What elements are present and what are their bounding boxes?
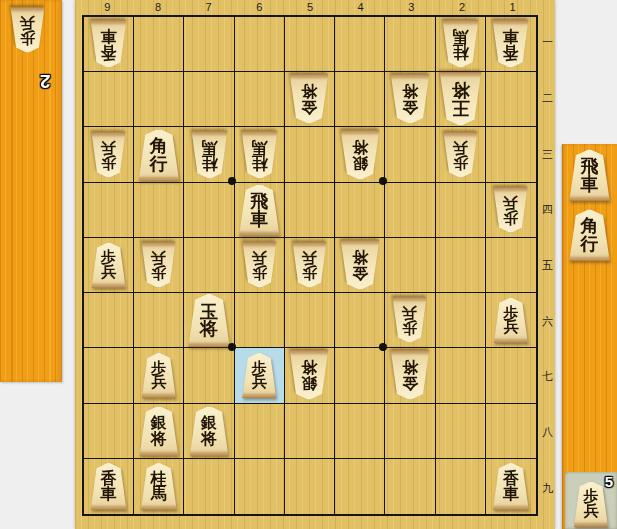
square-6-5[interactable]: 歩兵 (235, 238, 285, 293)
square-9-6[interactable] (84, 293, 134, 348)
piece-kanji: 銀 (301, 375, 317, 391)
rank-label-5: 五 (540, 238, 555, 294)
square-4-6[interactable] (335, 293, 385, 348)
piece-face: 歩兵 (90, 242, 127, 288)
square-5-4[interactable] (285, 183, 335, 238)
file-label-4: 4 (335, 0, 386, 15)
gote-pawn-count: 2 (40, 70, 51, 92)
piece-kanji: 馬 (201, 139, 217, 155)
piece-kanji: 将 (200, 320, 218, 338)
piece-face: 銀将 (188, 406, 230, 456)
board-grid: 香車桂馬香車金将金将王将歩兵角行桂馬桂馬銀将歩兵飛車歩兵歩兵歩兵歩兵歩兵金将玉将… (82, 15, 538, 516)
shogi-piece-sente-lance[interactable]: 香車 (491, 462, 530, 510)
shogi-app: 歩兵 2 987654321 一二三四五六七八九 香車桂馬香車金将金将王将歩兵角… (0, 0, 617, 529)
piece-face: 桂馬 (139, 462, 178, 510)
shogi-piece-gote-gold[interactable]: 金将 (288, 74, 330, 124)
square-6-7[interactable]: 歩兵 (235, 348, 285, 403)
piece-kanji: 馬 (151, 486, 167, 502)
piece-face: 歩兵 (442, 132, 479, 178)
square-3-5[interactable] (385, 238, 435, 293)
shogi-piece-gote-knight[interactable]: 桂馬 (240, 131, 279, 179)
square-7-8[interactable]: 銀将 (184, 404, 234, 459)
square-8-8[interactable]: 銀将 (134, 404, 184, 459)
piece-kanji: 兵 (252, 375, 267, 390)
piece-kanji: 車 (503, 486, 519, 502)
sente-hand-tray: 飛車角行 歩兵 5 (562, 144, 617, 529)
piece-kanji: 兵 (503, 320, 518, 335)
shogi-piece-sente-rook[interactable]: 飛車 (568, 149, 612, 201)
square-6-1[interactable] (235, 17, 285, 72)
piece-face: 桂馬 (190, 131, 229, 179)
square-7-1[interactable] (184, 17, 234, 72)
piece-kanji: 桂 (452, 44, 468, 60)
square-9-4[interactable] (84, 183, 134, 238)
square-1-9[interactable]: 香車 (486, 459, 536, 514)
shogi-piece-gote-gold[interactable]: 金将 (339, 240, 381, 290)
file-label-3: 3 (386, 0, 437, 15)
piece-face: 王将 (438, 72, 483, 126)
piece-kanji: 歩 (252, 265, 267, 280)
piece-kanji: 将 (352, 139, 368, 155)
shogi-piece-gote-king[interactable]: 王将 (438, 72, 483, 126)
shogi-piece-gote-lance[interactable]: 香車 (89, 20, 128, 68)
piece-kanji: 兵 (151, 375, 166, 390)
square-2-4[interactable] (436, 183, 486, 238)
piece-kanji: 兵 (252, 250, 267, 265)
piece-kanji: 将 (301, 360, 317, 376)
square-5-6[interactable] (285, 293, 335, 348)
piece-kanji: 馬 (452, 28, 468, 44)
shogi-piece-sente-silver[interactable]: 銀将 (188, 406, 230, 456)
piece-face: 歩兵 (492, 297, 529, 343)
file-label-9: 9 (82, 0, 133, 15)
piece-kanji: 将 (301, 84, 317, 100)
piece-face: 香車 (491, 462, 530, 510)
piece-kanji: 金 (402, 375, 418, 391)
gote-hand-pieces: 歩兵 (0, 0, 71, 53)
square-8-3[interactable]: 角行 (134, 127, 184, 182)
piece-face: 銀将 (339, 130, 381, 180)
square-8-1[interactable] (134, 17, 184, 72)
piece-kanji: 歩 (402, 320, 417, 335)
piece-kanji: 兵 (302, 250, 317, 265)
shogi-piece-sente-bishop[interactable]: 角行 (137, 129, 181, 181)
square-3-7[interactable]: 金将 (385, 348, 435, 403)
piece-face: 角行 (137, 129, 181, 181)
piece-face: 歩兵 (90, 132, 127, 178)
shogi-piece-gote-gold[interactable]: 金将 (389, 350, 431, 400)
square-6-2[interactable] (235, 72, 285, 127)
piece-kanji: 兵 (101, 140, 116, 155)
shogi-piece-sente-silver[interactable]: 銀将 (138, 406, 180, 456)
square-3-4[interactable] (385, 183, 435, 238)
piece-kanji: 香 (101, 44, 117, 60)
piece-face: 香車 (89, 20, 128, 68)
shogi-piece-gote-pawn[interactable]: 歩兵 (90, 132, 127, 178)
square-8-6[interactable] (134, 293, 184, 348)
piece-face: 角行 (568, 209, 612, 261)
piece-face: 桂馬 (240, 131, 279, 179)
piece-face: 歩兵 (9, 7, 46, 53)
square-1-8[interactable] (486, 404, 536, 459)
shogi-piece-gote-pawn[interactable]: 歩兵 (291, 242, 328, 288)
sente-pawn-panel: 歩兵 5 (565, 472, 617, 529)
piece-kanji: 将 (402, 84, 418, 100)
square-2-7[interactable] (436, 348, 486, 403)
piece-kanji: 行 (581, 235, 599, 253)
shogi-piece-gote-silver[interactable]: 銀将 (288, 350, 330, 400)
piece-kanji: 兵 (151, 250, 166, 265)
square-9-1[interactable]: 香車 (84, 17, 134, 72)
piece-kanji: 兵 (402, 306, 417, 321)
piece-face: 金将 (339, 240, 381, 290)
file-label-7: 7 (183, 0, 234, 15)
shogi-piece-gote-gold[interactable]: 金将 (389, 74, 431, 124)
piece-kanji: 歩 (302, 265, 317, 280)
shogi-piece-gote-lance[interactable]: 香車 (491, 20, 530, 68)
square-2-3[interactable]: 歩兵 (436, 127, 486, 182)
shogi-piece-sente-pawn[interactable]: 歩兵 (90, 242, 127, 288)
square-4-7[interactable] (335, 348, 385, 403)
piece-face: 歩兵 (140, 242, 177, 288)
file-label-5: 5 (285, 0, 336, 15)
shogi-piece-sente-pawn[interactable]: 歩兵 (140, 352, 177, 398)
square-9-2[interactable] (84, 72, 134, 127)
sente-hand-pieces: 飛車角行 (562, 144, 617, 261)
square-2-1[interactable]: 桂馬 (436, 17, 486, 72)
file-label-6: 6 (234, 0, 285, 15)
hoshi-dot (379, 343, 387, 351)
piece-face: 金将 (389, 350, 431, 400)
piece-face: 玉将 (187, 293, 232, 347)
square-2-9[interactable] (436, 459, 486, 514)
square-9-5[interactable]: 歩兵 (84, 238, 134, 293)
file-labels: 987654321 (82, 0, 538, 15)
square-3-1[interactable] (385, 17, 435, 72)
piece-kanji: 車 (250, 210, 268, 228)
square-7-4[interactable] (184, 183, 234, 238)
shogi-piece-gote-knight[interactable]: 桂馬 (441, 20, 480, 68)
shogi-piece-gote-knight[interactable]: 桂馬 (190, 131, 229, 179)
square-9-7[interactable] (84, 348, 134, 403)
shogi-piece-gote-pawn[interactable]: 歩兵 (391, 297, 428, 343)
piece-face: 歩兵 (241, 352, 278, 398)
square-4-4[interactable] (335, 183, 385, 238)
piece-face: 歩兵 (492, 187, 529, 233)
hoshi-dot (228, 177, 236, 185)
square-3-9[interactable] (385, 459, 435, 514)
piece-kanji: 兵 (503, 195, 518, 210)
square-7-2[interactable] (184, 72, 234, 127)
square-7-5[interactable] (184, 238, 234, 293)
rank-labels: 一二三四五六七八九 (540, 15, 555, 516)
square-3-8[interactable] (385, 404, 435, 459)
rank-label-1: 一 (540, 15, 555, 71)
square-4-3[interactable]: 銀将 (335, 127, 385, 182)
square-1-3[interactable] (486, 127, 536, 182)
square-9-9[interactable]: 香車 (84, 459, 134, 514)
square-5-5[interactable]: 歩兵 (285, 238, 335, 293)
shogi-piece-gote-pawn[interactable]: 歩兵 (140, 242, 177, 288)
piece-kanji: 兵 (584, 504, 599, 519)
shogi-piece-sente-pawn[interactable]: 歩兵 (492, 297, 529, 343)
piece-kanji: 車 (503, 28, 519, 44)
square-9-8[interactable] (84, 404, 134, 459)
square-7-3[interactable]: 桂馬 (184, 127, 234, 182)
rank-label-7: 七 (540, 349, 555, 405)
piece-kanji: 将 (451, 82, 469, 100)
rank-label-6: 六 (540, 293, 555, 349)
rank-label-4: 四 (540, 182, 555, 238)
square-7-6[interactable]: 玉将 (184, 293, 234, 348)
gote-hand-tray: 歩兵 2 (0, 0, 62, 382)
piece-kanji: 将 (352, 249, 368, 265)
piece-kanji: 馬 (251, 139, 267, 155)
piece-kanji: 車 (101, 28, 117, 44)
square-8-2[interactable] (134, 72, 184, 127)
square-4-1[interactable] (335, 17, 385, 72)
shogi-piece-sente-rook[interactable]: 飛車 (237, 184, 281, 236)
piece-kanji: 王 (451, 99, 469, 117)
square-6-3[interactable]: 桂馬 (235, 127, 285, 182)
piece-face: 飛車 (568, 149, 612, 201)
file-label-1: 1 (487, 0, 538, 15)
square-8-9[interactable]: 桂馬 (134, 459, 184, 514)
file-label-2: 2 (437, 0, 488, 15)
piece-face: 歩兵 (241, 242, 278, 288)
piece-kanji: 兵 (453, 140, 468, 155)
piece-kanji: 将 (151, 431, 167, 447)
square-4-9[interactable] (335, 459, 385, 514)
piece-face: 歩兵 (140, 352, 177, 398)
piece-kanji: 金 (402, 99, 418, 115)
shogi-piece-sente-pawn[interactable]: 歩兵 (241, 352, 278, 398)
square-5-3[interactable] (285, 127, 335, 182)
rank-label-9: 九 (540, 460, 555, 516)
piece-kanji: 兵 (20, 15, 35, 30)
square-1-2[interactable] (486, 72, 536, 127)
piece-kanji: 金 (301, 99, 317, 115)
square-7-7[interactable] (184, 348, 234, 403)
hoshi-dot (228, 343, 236, 351)
shogi-piece-sente-king[interactable]: 玉将 (187, 293, 232, 347)
square-6-6[interactable] (235, 293, 285, 348)
shogi-piece-sente-bishop[interactable]: 角行 (568, 209, 612, 261)
shogi-piece-gote-silver[interactable]: 銀将 (339, 130, 381, 180)
shogi-piece-gote-pawn[interactable]: 歩兵 (442, 132, 479, 178)
piece-face: 銀将 (288, 350, 330, 400)
square-8-4[interactable] (134, 183, 184, 238)
piece-face: 銀将 (138, 406, 180, 456)
shogi-piece-sente-knight[interactable]: 桂馬 (139, 462, 178, 510)
square-4-2[interactable] (335, 72, 385, 127)
piece-face: 歩兵 (391, 297, 428, 343)
square-6-8[interactable] (235, 404, 285, 459)
piece-kanji: 行 (150, 155, 168, 173)
square-5-8[interactable] (285, 404, 335, 459)
piece-face: 金将 (288, 74, 330, 124)
rank-label-8: 八 (540, 405, 555, 461)
square-5-2[interactable]: 金将 (285, 72, 335, 127)
piece-kanji: 将 (201, 431, 217, 447)
piece-kanji: 金 (352, 265, 368, 281)
piece-face: 飛車 (237, 184, 281, 236)
square-7-9[interactable] (184, 459, 234, 514)
board-panel: 987654321 一二三四五六七八九 香車桂馬香車金将金将王将歩兵角行桂馬桂馬… (75, 0, 555, 529)
square-3-6[interactable]: 歩兵 (385, 293, 435, 348)
piece-face: 歩兵 (291, 242, 328, 288)
piece-kanji: 歩 (151, 265, 166, 280)
shogi-piece-sente-lance[interactable]: 香車 (89, 462, 128, 510)
square-1-1[interactable]: 香車 (486, 17, 536, 72)
piece-face: 香車 (491, 20, 530, 68)
piece-face: 桂馬 (441, 20, 480, 68)
shogi-piece-gote-pawn[interactable]: 歩兵 (241, 242, 278, 288)
square-2-6[interactable] (436, 293, 486, 348)
square-5-1[interactable] (285, 17, 335, 72)
square-1-7[interactable] (486, 348, 536, 403)
square-4-8[interactable] (335, 404, 385, 459)
shogi-piece-gote-pawn[interactable]: 歩兵 (9, 7, 46, 53)
rank-label-2: 二 (540, 71, 555, 127)
piece-kanji: 車 (101, 486, 117, 502)
square-8-5[interactable]: 歩兵 (134, 238, 184, 293)
piece-kanji: 兵 (101, 265, 116, 280)
piece-kanji: 車 (581, 175, 599, 193)
piece-face: 金将 (389, 74, 431, 124)
piece-face: 香車 (89, 462, 128, 510)
square-6-4[interactable]: 飛車 (235, 183, 285, 238)
rank-label-3: 三 (540, 126, 555, 182)
square-4-5[interactable]: 金将 (335, 238, 385, 293)
square-3-2[interactable]: 金将 (385, 72, 435, 127)
square-1-4[interactable]: 歩兵 (486, 183, 536, 238)
file-label-8: 8 (133, 0, 184, 15)
square-2-8[interactable] (436, 404, 486, 459)
square-1-6[interactable]: 歩兵 (486, 293, 536, 348)
square-9-3[interactable]: 歩兵 (84, 127, 134, 182)
square-2-2[interactable]: 王将 (436, 72, 486, 127)
piece-kanji: 香 (503, 44, 519, 60)
square-5-9[interactable] (285, 459, 335, 514)
piece-kanji: 将 (402, 360, 418, 376)
square-3-3[interactable] (385, 127, 435, 182)
shogi-piece-gote-pawn[interactable]: 歩兵 (492, 187, 529, 233)
piece-kanji: 角 (150, 137, 168, 155)
piece-kanji: 歩 (20, 30, 35, 45)
square-2-5[interactable] (436, 238, 486, 293)
square-8-7[interactable]: 歩兵 (134, 348, 184, 403)
hoshi-dot (379, 177, 387, 185)
square-1-5[interactable] (486, 238, 536, 293)
square-5-7[interactable]: 銀将 (285, 348, 335, 403)
sente-pawn-count: 5 (605, 473, 613, 490)
square-6-9[interactable] (235, 459, 285, 514)
